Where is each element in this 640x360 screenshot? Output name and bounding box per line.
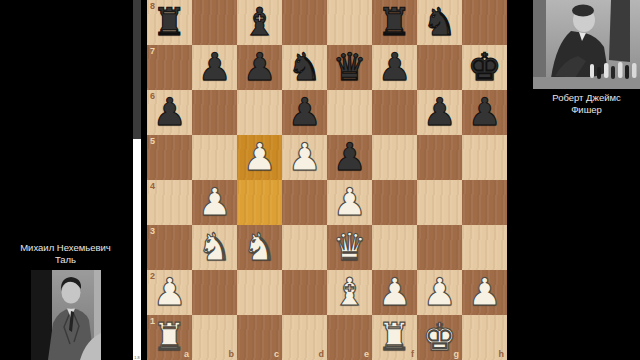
white-bishop-e2[interactable]: ♝ [327, 270, 372, 315]
player-black-panel: Роберт Джеймс Фишер [533, 0, 640, 115]
square-e3[interactable]: ♛ [327, 225, 372, 270]
eval-value: 1.8 [132, 356, 142, 360]
white-pawn-g2[interactable]: ♟ [417, 270, 462, 315]
black-knight-d7[interactable]: ♞ [282, 45, 327, 90]
square-f1[interactable]: f♜ [372, 315, 417, 360]
black-bishop-c8[interactable]: ♝ [237, 0, 282, 45]
square-g6[interactable]: ♟ [417, 90, 462, 135]
player-white-panel: Михаил Нехемьевич Таль [0, 242, 131, 360]
square-h8[interactable] [462, 0, 507, 45]
chess-board[interactable]: 8♜♝♜♞7♟♟♞♛♟♚6♟♟♟♟5♟♟♟4♟♟3♞♞♛2♟♝♟♟♟1a♜bcd… [147, 0, 507, 360]
rank-label-7: 7 [150, 46, 155, 56]
file-label-d: d [319, 349, 325, 359]
white-pawn-d5[interactable]: ♟ [282, 135, 327, 180]
square-g8[interactable]: ♞ [417, 0, 462, 45]
square-f3[interactable] [372, 225, 417, 270]
square-a2[interactable]: 2♟ [147, 270, 192, 315]
black-player-name-line1: Роберт Джеймс [552, 92, 621, 103]
square-f7[interactable]: ♟ [372, 45, 417, 90]
square-h7[interactable]: ♚ [462, 45, 507, 90]
square-b8[interactable] [192, 0, 237, 45]
square-a5[interactable]: 5 [147, 135, 192, 180]
white-player-name-line1: Михаил Нехемьевич [20, 242, 111, 253]
eval-bar-white: 1.8 [133, 139, 141, 360]
black-pawn-g6[interactable]: ♟ [417, 90, 462, 135]
square-a7[interactable]: 7 [147, 45, 192, 90]
white-queen-e3[interactable]: ♛ [327, 225, 372, 270]
square-b1[interactable]: b [192, 315, 237, 360]
square-c7[interactable]: ♟ [237, 45, 282, 90]
square-b7[interactable]: ♟ [192, 45, 237, 90]
black-player-name: Роберт Джеймс Фишер [533, 92, 640, 115]
square-a8[interactable]: 8♜ [147, 0, 192, 45]
white-pawn-e4[interactable]: ♟ [327, 180, 372, 225]
square-c5[interactable]: ♟ [237, 135, 282, 180]
white-king-g1[interactable]: ♚ [417, 315, 462, 360]
square-c6[interactable] [237, 90, 282, 135]
black-player-name-line2: Фишер [571, 104, 602, 115]
square-e8[interactable] [327, 0, 372, 45]
black-pawn-a6[interactable]: ♟ [147, 90, 192, 135]
square-h5[interactable] [462, 135, 507, 180]
white-pawn-c5[interactable]: ♟ [237, 135, 282, 180]
square-g2[interactable]: ♟ [417, 270, 462, 315]
square-f2[interactable]: ♟ [372, 270, 417, 315]
black-rook-f8[interactable]: ♜ [372, 0, 417, 45]
rank-label-3: 3 [150, 226, 155, 236]
square-g7[interactable] [417, 45, 462, 90]
square-e7[interactable]: ♛ [327, 45, 372, 90]
square-e6[interactable] [327, 90, 372, 135]
fischer-photo [533, 0, 640, 89]
square-b6[interactable] [192, 90, 237, 135]
square-c1[interactable]: c [237, 315, 282, 360]
square-d7[interactable]: ♞ [282, 45, 327, 90]
square-h4[interactable] [462, 180, 507, 225]
square-d5[interactable]: ♟ [282, 135, 327, 180]
file-label-e: e [364, 349, 369, 359]
square-c3[interactable]: ♞ [237, 225, 282, 270]
square-d6[interactable]: ♟ [282, 90, 327, 135]
square-b2[interactable] [192, 270, 237, 315]
white-pawn-f2[interactable]: ♟ [372, 270, 417, 315]
square-g1[interactable]: g♚ [417, 315, 462, 360]
square-g4[interactable] [417, 180, 462, 225]
square-e4[interactable]: ♟ [327, 180, 372, 225]
black-queen-e7[interactable]: ♛ [327, 45, 372, 90]
black-pawn-h6[interactable]: ♟ [462, 90, 507, 135]
square-d3[interactable] [282, 225, 327, 270]
square-f8[interactable]: ♜ [372, 0, 417, 45]
square-f4[interactable] [372, 180, 417, 225]
black-pawn-c7[interactable]: ♟ [237, 45, 282, 90]
black-pawn-e5[interactable]: ♟ [327, 135, 372, 180]
white-player-name-line2: Таль [55, 254, 76, 265]
eval-bar: 1.8 [133, 0, 141, 360]
square-a4[interactable]: 4 [147, 180, 192, 225]
square-h1[interactable]: h [462, 315, 507, 360]
square-e5[interactable]: ♟ [327, 135, 372, 180]
square-a1[interactable]: 1a♜ [147, 315, 192, 360]
video-frame: 1.8 8♜♝♜♞7♟♟♞♛♟♚6♟♟♟♟5♟♟♟4♟♟3♞♞♛2♟♝♟♟♟1a… [0, 0, 640, 360]
white-pawn-h2[interactable]: ♟ [462, 270, 507, 315]
rank-label-4: 4 [150, 181, 155, 191]
square-d2[interactable] [282, 270, 327, 315]
file-label-b: b [229, 349, 235, 359]
rank-label-5: 5 [150, 136, 155, 146]
square-b5[interactable] [192, 135, 237, 180]
black-pawn-b7[interactable]: ♟ [192, 45, 237, 90]
square-h6[interactable]: ♟ [462, 90, 507, 135]
white-knight-b3[interactable]: ♞ [192, 225, 237, 270]
square-c2[interactable] [237, 270, 282, 315]
square-b3[interactable]: ♞ [192, 225, 237, 270]
square-a6[interactable]: 6♟ [147, 90, 192, 135]
black-rook-a8[interactable]: ♜ [147, 0, 192, 45]
square-d8[interactable] [282, 0, 327, 45]
white-player-name: Михаил Нехемьевич Таль [0, 242, 131, 265]
tal-photo [31, 270, 101, 360]
square-d1[interactable]: d [282, 315, 327, 360]
black-knight-g8[interactable]: ♞ [417, 0, 462, 45]
square-g5[interactable] [417, 135, 462, 180]
white-rook-a1[interactable]: ♜ [147, 315, 192, 360]
white-rook-f1[interactable]: ♜ [372, 315, 417, 360]
square-f5[interactable] [372, 135, 417, 180]
black-king-h7[interactable]: ♚ [462, 45, 507, 90]
white-knight-c3[interactable]: ♞ [237, 225, 282, 270]
black-pawn-d6[interactable]: ♟ [282, 90, 327, 135]
square-h2[interactable]: ♟ [462, 270, 507, 315]
square-f6[interactable] [372, 90, 417, 135]
square-b4[interactable]: ♟ [192, 180, 237, 225]
square-e2[interactable]: ♝ [327, 270, 372, 315]
square-d4[interactable] [282, 180, 327, 225]
square-a3[interactable]: 3 [147, 225, 192, 270]
file-label-c: c [274, 349, 279, 359]
white-pawn-a2[interactable]: ♟ [147, 270, 192, 315]
file-label-h: h [499, 349, 505, 359]
black-pawn-f7[interactable]: ♟ [372, 45, 417, 90]
square-c4[interactable] [237, 180, 282, 225]
square-h3[interactable] [462, 225, 507, 270]
white-pawn-b4[interactable]: ♟ [192, 180, 237, 225]
square-e1[interactable]: e [327, 315, 372, 360]
square-c8[interactable]: ♝ [237, 0, 282, 45]
square-g3[interactable] [417, 225, 462, 270]
